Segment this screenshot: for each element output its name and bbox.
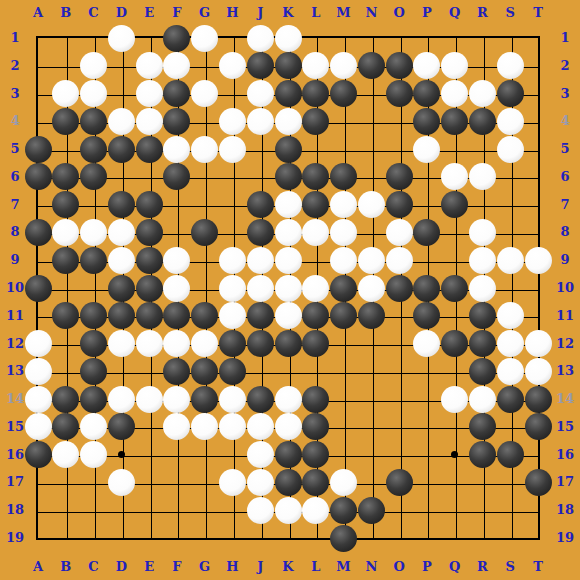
row-label: 9 bbox=[3, 252, 27, 268]
column-label: P bbox=[415, 5, 439, 21]
stone-black[interactable] bbox=[469, 302, 496, 329]
stone-black[interactable] bbox=[247, 386, 274, 413]
stone-white[interactable] bbox=[80, 219, 107, 246]
stone-white[interactable] bbox=[247, 497, 274, 524]
column-label: N bbox=[359, 559, 383, 575]
stone-white[interactable] bbox=[275, 275, 302, 302]
column-label: R bbox=[470, 559, 494, 575]
row-label: 11 bbox=[553, 308, 577, 324]
column-label: L bbox=[304, 5, 328, 21]
stone-white[interactable] bbox=[136, 386, 163, 413]
stone-white[interactable] bbox=[247, 80, 274, 107]
column-label: F bbox=[165, 5, 189, 21]
stone-white[interactable] bbox=[386, 219, 413, 246]
stone-black[interactable] bbox=[386, 275, 413, 302]
column-label: B bbox=[54, 559, 78, 575]
column-label: J bbox=[248, 559, 272, 575]
stone-black[interactable] bbox=[52, 247, 79, 274]
stone-black[interactable] bbox=[497, 80, 524, 107]
stone-white[interactable] bbox=[497, 302, 524, 329]
stone-black[interactable] bbox=[302, 386, 329, 413]
column-label: Q bbox=[443, 559, 467, 575]
column-label: T bbox=[526, 5, 550, 21]
row-label: 7 bbox=[553, 197, 577, 213]
stone-white[interactable] bbox=[108, 25, 135, 52]
stone-black[interactable] bbox=[275, 136, 302, 163]
row-label: 16 bbox=[3, 447, 27, 463]
stone-white[interactable] bbox=[219, 136, 246, 163]
stone-black[interactable] bbox=[525, 386, 552, 413]
stone-white[interactable] bbox=[302, 275, 329, 302]
stone-black[interactable] bbox=[25, 441, 52, 468]
stone-white[interactable] bbox=[497, 330, 524, 357]
stone-white[interactable] bbox=[358, 247, 385, 274]
stone-white[interactable] bbox=[330, 247, 357, 274]
stone-white[interactable] bbox=[108, 386, 135, 413]
stone-white[interactable] bbox=[136, 330, 163, 357]
row-label: 8 bbox=[3, 224, 27, 240]
row-label: 6 bbox=[3, 169, 27, 185]
stone-black[interactable] bbox=[469, 108, 496, 135]
stone-black[interactable] bbox=[469, 358, 496, 385]
stone-black[interactable] bbox=[52, 386, 79, 413]
column-label: F bbox=[165, 559, 189, 575]
column-label: M bbox=[332, 5, 356, 21]
stone-white[interactable] bbox=[247, 25, 274, 52]
column-label: M bbox=[332, 559, 356, 575]
row-label: 11 bbox=[3, 308, 27, 324]
column-label: A bbox=[26, 559, 50, 575]
column-label: K bbox=[276, 5, 300, 21]
row-label: 18 bbox=[553, 502, 577, 518]
column-label: A bbox=[26, 5, 50, 21]
column-label: N bbox=[359, 5, 383, 21]
column-label: C bbox=[82, 559, 106, 575]
stone-white[interactable] bbox=[108, 469, 135, 496]
stone-black[interactable] bbox=[441, 108, 468, 135]
stone-black[interactable] bbox=[275, 163, 302, 190]
stone-black[interactable] bbox=[136, 275, 163, 302]
stone-white[interactable] bbox=[25, 386, 52, 413]
stone-black[interactable] bbox=[108, 275, 135, 302]
column-label: L bbox=[304, 559, 328, 575]
stone-white[interactable] bbox=[191, 25, 218, 52]
stone-black[interactable] bbox=[136, 302, 163, 329]
stone-black[interactable] bbox=[219, 330, 246, 357]
stone-white[interactable] bbox=[469, 247, 496, 274]
stone-white[interactable] bbox=[330, 191, 357, 218]
stone-white[interactable] bbox=[136, 52, 163, 79]
stone-black[interactable] bbox=[413, 108, 440, 135]
stone-white[interactable] bbox=[136, 80, 163, 107]
stone-white[interactable] bbox=[275, 386, 302, 413]
stone-black[interactable] bbox=[386, 163, 413, 190]
stone-black[interactable] bbox=[441, 330, 468, 357]
stone-black[interactable] bbox=[163, 25, 190, 52]
stone-black[interactable] bbox=[80, 247, 107, 274]
stone-black[interactable] bbox=[275, 330, 302, 357]
stone-white[interactable] bbox=[219, 469, 246, 496]
stone-black[interactable] bbox=[386, 191, 413, 218]
go-board[interactable]: ABCDEFGHJKLMNOPQRST ABCDEFGHJKLMNOPQRST … bbox=[0, 0, 580, 580]
stone-black[interactable] bbox=[80, 108, 107, 135]
stone-black[interactable] bbox=[247, 330, 274, 357]
stone-black[interactable] bbox=[275, 52, 302, 79]
row-label: 8 bbox=[553, 224, 577, 240]
stone-black[interactable] bbox=[108, 191, 135, 218]
stone-white[interactable] bbox=[330, 219, 357, 246]
stone-white[interactable] bbox=[191, 136, 218, 163]
star-point bbox=[118, 451, 125, 458]
stone-white[interactable] bbox=[525, 358, 552, 385]
stone-black[interactable] bbox=[25, 275, 52, 302]
column-label: E bbox=[137, 5, 161, 21]
stone-white[interactable] bbox=[275, 497, 302, 524]
row-label: 15 bbox=[3, 419, 27, 435]
stone-black[interactable] bbox=[386, 80, 413, 107]
stone-white[interactable] bbox=[80, 441, 107, 468]
column-label: H bbox=[220, 5, 244, 21]
stone-white[interactable] bbox=[219, 386, 246, 413]
stone-black[interactable] bbox=[330, 497, 357, 524]
stone-white[interactable] bbox=[219, 275, 246, 302]
stone-white[interactable] bbox=[330, 469, 357, 496]
stone-black[interactable] bbox=[247, 219, 274, 246]
stone-white[interactable] bbox=[247, 247, 274, 274]
column-label: O bbox=[387, 5, 411, 21]
stone-white[interactable] bbox=[386, 247, 413, 274]
stone-white[interactable] bbox=[52, 219, 79, 246]
stone-white[interactable] bbox=[497, 108, 524, 135]
stone-white[interactable] bbox=[247, 108, 274, 135]
stone-white[interactable] bbox=[441, 386, 468, 413]
row-label: 3 bbox=[553, 86, 577, 102]
stone-black[interactable] bbox=[302, 469, 329, 496]
stone-black[interactable] bbox=[80, 358, 107, 385]
column-label: J bbox=[248, 5, 272, 21]
stone-black[interactable] bbox=[80, 136, 107, 163]
stone-white[interactable] bbox=[358, 191, 385, 218]
column-label: D bbox=[109, 5, 133, 21]
stone-white[interactable] bbox=[525, 330, 552, 357]
stone-black[interactable] bbox=[358, 302, 385, 329]
stone-white[interactable] bbox=[108, 108, 135, 135]
stone-black[interactable] bbox=[247, 191, 274, 218]
stone-white[interactable] bbox=[413, 136, 440, 163]
column-label: Q bbox=[443, 5, 467, 21]
row-label: 14 bbox=[3, 391, 27, 407]
stone-white[interactable] bbox=[469, 80, 496, 107]
stone-black[interactable] bbox=[525, 469, 552, 496]
stone-white[interactable] bbox=[163, 275, 190, 302]
column-label: D bbox=[109, 559, 133, 575]
stone-white[interactable] bbox=[469, 219, 496, 246]
stone-white[interactable] bbox=[497, 136, 524, 163]
stone-black[interactable] bbox=[358, 52, 385, 79]
stone-black[interactable] bbox=[275, 441, 302, 468]
stone-white[interactable] bbox=[191, 80, 218, 107]
stone-black[interactable] bbox=[80, 386, 107, 413]
stone-white[interactable] bbox=[302, 497, 329, 524]
stone-black[interactable] bbox=[247, 302, 274, 329]
stone-white[interactable] bbox=[219, 247, 246, 274]
column-label: E bbox=[137, 559, 161, 575]
column-label: R bbox=[470, 5, 494, 21]
stone-white[interactable] bbox=[275, 219, 302, 246]
stone-black[interactable] bbox=[136, 191, 163, 218]
stone-white[interactable] bbox=[108, 247, 135, 274]
stone-black[interactable] bbox=[80, 330, 107, 357]
column-label: S bbox=[498, 559, 522, 575]
column-label: C bbox=[82, 5, 106, 21]
row-label: 1 bbox=[553, 30, 577, 46]
stone-white[interactable] bbox=[25, 330, 52, 357]
stone-black[interactable] bbox=[219, 358, 246, 385]
stone-white[interactable] bbox=[525, 247, 552, 274]
stone-black[interactable] bbox=[330, 80, 357, 107]
row-label: 6 bbox=[553, 169, 577, 185]
row-label: 12 bbox=[553, 336, 577, 352]
stone-white[interactable] bbox=[219, 108, 246, 135]
stone-black[interactable] bbox=[191, 358, 218, 385]
row-label: 9 bbox=[553, 252, 577, 268]
stone-black[interactable] bbox=[275, 469, 302, 496]
stone-white[interactable] bbox=[163, 386, 190, 413]
row-label: 18 bbox=[3, 502, 27, 518]
row-label: 1 bbox=[3, 30, 27, 46]
row-label: 5 bbox=[553, 141, 577, 157]
stone-black[interactable] bbox=[247, 52, 274, 79]
stone-white[interactable] bbox=[108, 330, 135, 357]
stone-white[interactable] bbox=[163, 247, 190, 274]
stone-white[interactable] bbox=[275, 413, 302, 440]
stone-black[interactable] bbox=[108, 413, 135, 440]
row-label: 3 bbox=[3, 86, 27, 102]
stone-black[interactable] bbox=[25, 163, 52, 190]
stone-black[interactable] bbox=[358, 497, 385, 524]
stone-white[interactable] bbox=[25, 413, 52, 440]
column-label: T bbox=[526, 559, 550, 575]
stone-white[interactable] bbox=[219, 302, 246, 329]
row-label: 13 bbox=[3, 363, 27, 379]
stone-white[interactable] bbox=[191, 330, 218, 357]
stone-white[interactable] bbox=[469, 275, 496, 302]
row-label: 10 bbox=[3, 280, 27, 296]
stone-white[interactable] bbox=[497, 247, 524, 274]
stone-black[interactable] bbox=[191, 386, 218, 413]
row-label: 15 bbox=[553, 419, 577, 435]
stone-black[interactable] bbox=[386, 469, 413, 496]
stone-black[interactable] bbox=[413, 275, 440, 302]
stone-black[interactable] bbox=[441, 275, 468, 302]
row-label: 19 bbox=[3, 530, 27, 546]
stone-white[interactable] bbox=[247, 441, 274, 468]
stone-black[interactable] bbox=[330, 525, 357, 552]
stone-black[interactable] bbox=[469, 441, 496, 468]
stone-white[interactable] bbox=[136, 108, 163, 135]
stone-black[interactable] bbox=[302, 108, 329, 135]
column-label: G bbox=[193, 559, 217, 575]
stone-black[interactable] bbox=[469, 330, 496, 357]
row-label: 13 bbox=[553, 363, 577, 379]
row-label: 5 bbox=[3, 141, 27, 157]
stone-white[interactable] bbox=[358, 275, 385, 302]
stone-white[interactable] bbox=[80, 80, 107, 107]
row-label: 10 bbox=[553, 280, 577, 296]
stone-black[interactable] bbox=[136, 219, 163, 246]
row-label: 4 bbox=[3, 113, 27, 129]
column-label: S bbox=[498, 5, 522, 21]
row-label: 14 bbox=[553, 391, 577, 407]
stone-white[interactable] bbox=[25, 358, 52, 385]
stone-white[interactable] bbox=[275, 108, 302, 135]
stone-white[interactable] bbox=[275, 302, 302, 329]
stone-white[interactable] bbox=[247, 469, 274, 496]
stone-black[interactable] bbox=[497, 386, 524, 413]
stone-black[interactable] bbox=[52, 108, 79, 135]
stone-white[interactable] bbox=[441, 80, 468, 107]
stone-black[interactable] bbox=[386, 52, 413, 79]
stone-white[interactable] bbox=[497, 358, 524, 385]
stone-white[interactable] bbox=[302, 219, 329, 246]
row-label: 17 bbox=[553, 474, 577, 490]
stone-white[interactable] bbox=[469, 386, 496, 413]
stone-black[interactable] bbox=[497, 441, 524, 468]
row-label: 12 bbox=[3, 336, 27, 352]
stone-white[interactable] bbox=[275, 247, 302, 274]
stone-black[interactable] bbox=[330, 275, 357, 302]
column-label: H bbox=[220, 559, 244, 575]
stone-white[interactable] bbox=[275, 191, 302, 218]
stone-white[interactable] bbox=[497, 52, 524, 79]
stone-black[interactable] bbox=[136, 136, 163, 163]
stone-black[interactable] bbox=[25, 136, 52, 163]
column-label: K bbox=[276, 559, 300, 575]
stone-black[interactable] bbox=[108, 302, 135, 329]
stone-white[interactable] bbox=[163, 136, 190, 163]
column-label: B bbox=[54, 5, 78, 21]
stone-black[interactable] bbox=[163, 358, 190, 385]
stone-black[interactable] bbox=[163, 108, 190, 135]
row-label: 2 bbox=[553, 58, 577, 74]
row-label: 16 bbox=[553, 447, 577, 463]
stone-black[interactable] bbox=[275, 80, 302, 107]
stone-black[interactable] bbox=[25, 219, 52, 246]
stone-white[interactable] bbox=[247, 275, 274, 302]
stone-white[interactable] bbox=[108, 219, 135, 246]
column-label: G bbox=[193, 5, 217, 21]
stone-black[interactable] bbox=[191, 219, 218, 246]
stone-white[interactable] bbox=[219, 52, 246, 79]
row-label: 4 bbox=[553, 113, 577, 129]
stone-white[interactable] bbox=[275, 25, 302, 52]
row-label: 17 bbox=[3, 474, 27, 490]
column-label: O bbox=[387, 559, 411, 575]
column-label: P bbox=[415, 559, 439, 575]
stone-white[interactable] bbox=[247, 413, 274, 440]
row-label: 2 bbox=[3, 58, 27, 74]
row-label: 7 bbox=[3, 197, 27, 213]
row-label: 19 bbox=[553, 530, 577, 546]
stone-black[interactable] bbox=[525, 413, 552, 440]
stone-black[interactable] bbox=[108, 136, 135, 163]
stone-black[interactable] bbox=[136, 247, 163, 274]
